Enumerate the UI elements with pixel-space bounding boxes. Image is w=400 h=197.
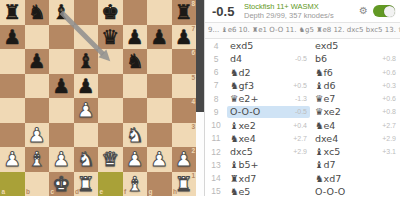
white-move-cell[interactable]: exd5	[227, 40, 310, 52]
piece-white-p-b3[interactable]: ♟	[25, 123, 50, 148]
chess-board[interactable]: ♜♞♝♚♜♟♛♟♟♟♟♝♞♟♟♟♟♞♟♝♟♞♛♟♟♟♚♜♝♜12345678ab…	[0, 0, 196, 196]
white-move: ♞e5	[230, 186, 250, 196]
engine-name: Stockfish 11+ WASMX	[244, 2, 357, 11]
square-g4[interactable]	[147, 98, 172, 123]
move-number: 8	[205, 94, 227, 104]
square-b8[interactable]: ♞	[25, 0, 50, 25]
square-e5[interactable]	[98, 74, 123, 99]
black-move: exd5	[315, 40, 338, 51]
square-c3[interactable]	[49, 123, 74, 148]
square-d4[interactable]: ♟	[74, 98, 99, 123]
eval-gauge-white	[196, 112, 204, 196]
black-move: b6	[315, 53, 327, 64]
move-number: 10	[205, 120, 227, 130]
analysis-panel: -0.5 Stockfish 11+ WASMX Depth 29/99, 35…	[205, 0, 400, 196]
piece-white-b-f1[interactable]: ♝	[123, 172, 148, 197]
square-a2[interactable]: ♟	[0, 147, 25, 172]
piece-black-p-a7[interactable]: ♟	[0, 25, 25, 50]
square-c5[interactable]: ♟	[49, 74, 74, 99]
square-c6[interactable]	[49, 49, 74, 74]
white-move: ♞gf3	[230, 80, 254, 91]
square-d7[interactable]	[74, 25, 99, 50]
square-g6[interactable]	[147, 49, 172, 74]
black-move-cell[interactable]: ♝xc5+3.1	[312, 146, 400, 158]
square-f2[interactable]: ♟	[123, 147, 148, 172]
black-move-cell[interactable]: ♝d7	[312, 159, 400, 171]
coord-rank-8: 8	[191, 1, 195, 8]
black-move: ♛e7	[315, 93, 335, 104]
white-move: dxc5	[230, 146, 253, 157]
white-move: d4	[230, 53, 242, 64]
white-move-cell[interactable]: ♝xe2+0.4	[227, 119, 310, 131]
black-move-eval: +3.1	[379, 148, 396, 155]
coord-rank-4: 4	[191, 99, 195, 106]
principal-variation[interactable]: 9... ♝e6 10. ♜e1 O-O 11. ♞g5 ♜e8 12. dxc…	[205, 23, 400, 39]
move-row: 15♞e5O-O-O	[205, 185, 400, 196]
coord-file-d: d	[75, 189, 79, 196]
square-a5[interactable]	[0, 74, 25, 99]
square-c4[interactable]	[49, 98, 74, 123]
black-move: ♞e4	[315, 120, 335, 131]
piece-black-p-b6[interactable]: ♟	[25, 49, 50, 74]
coord-file-c: c	[51, 189, 55, 196]
white-move: exd5	[230, 40, 253, 51]
engine-header: -0.5 Stockfish 11+ WASMX Depth 29/99, 35…	[205, 0, 400, 23]
engine-toggle[interactable]	[373, 5, 395, 17]
move-row: 6♞d2♞f6+0.6	[205, 66, 400, 79]
white-move-eval: -0.5	[292, 55, 307, 62]
piece-black-r-a8[interactable]: ♜	[0, 0, 25, 25]
black-move-eval: +2.9	[379, 135, 396, 142]
black-move-cell[interactable]: ♛xe2+0.8	[312, 106, 400, 118]
white-move-cell[interactable]: ♝b5+	[227, 159, 310, 171]
black-move: ♝d7	[315, 159, 336, 170]
move-list: 4exd5exd55d4-0.5b6+0.86♞d2♞f6+0.67♞gf3+0…	[205, 39, 400, 196]
piece-white-p-c2[interactable]: ♟	[49, 147, 74, 172]
square-a6[interactable]	[0, 49, 25, 74]
square-a4[interactable]	[0, 98, 25, 123]
square-e7[interactable]: ♛	[98, 25, 123, 50]
square-b6[interactable]: ♟	[25, 49, 50, 74]
piece-white-n-d2[interactable]: ♞	[74, 147, 99, 172]
square-d8[interactable]	[74, 0, 99, 25]
square-f3[interactable]: ♞	[123, 123, 148, 148]
square-d2[interactable]: ♞	[74, 147, 99, 172]
white-move: ♝b5+	[230, 159, 259, 170]
move-number: 4	[205, 41, 227, 51]
engine-eval: -0.5	[212, 4, 244, 19]
black-move-cell[interactable]: O-O-O	[312, 185, 400, 196]
move-number: 9	[205, 107, 227, 117]
coord-file-b: b	[26, 189, 30, 196]
white-move-cell[interactable]: ♞gf3+0.5	[227, 79, 310, 91]
square-f6[interactable]: ♞	[123, 49, 148, 74]
black-move-cell[interactable]: ♞xd7	[312, 172, 400, 184]
white-move-cell[interactable]: d4-0.5	[227, 53, 310, 65]
square-e8[interactable]: ♚	[98, 0, 123, 25]
square-b2[interactable]: ♝	[25, 147, 50, 172]
white-move: O-O-O	[230, 106, 260, 117]
black-move-cell[interactable]: dxe4+2.9	[312, 132, 400, 144]
eval-gauge	[196, 0, 205, 196]
white-move: ♞xe4	[230, 133, 256, 144]
engine-info: Stockfish 11+ WASMX Depth 29/99, 357 kno…	[244, 2, 357, 20]
black-move-eval: +2.7	[379, 122, 396, 129]
white-move-eval: +0.5	[290, 82, 307, 89]
square-f1[interactable]: ♝	[123, 172, 148, 197]
move-number: 7	[205, 80, 227, 90]
piece-black-n-b8[interactable]: ♞	[25, 0, 50, 25]
white-move-cell[interactable]: ♜xd7	[227, 172, 310, 184]
black-move: ♝xc5	[315, 146, 340, 157]
move-row: 5d4-0.5b6+0.8	[205, 52, 400, 65]
white-move-cell[interactable]: dxc5+2.9	[227, 146, 310, 158]
black-move-cell[interactable]: ♞e4+2.7	[312, 119, 400, 131]
square-a3[interactable]	[0, 123, 25, 148]
square-b7[interactable]	[25, 25, 50, 50]
black-move-cell[interactable]: ♝d6+0.3	[312, 79, 400, 91]
move-row: 13♝b5+♝d7	[205, 158, 400, 171]
piece-black-b-d6[interactable]: ♝	[74, 49, 99, 74]
coord-rank-2: 2	[191, 148, 195, 155]
move-number: 11	[205, 133, 227, 143]
square-f8[interactable]	[123, 0, 148, 25]
square-g2[interactable]: ♟	[147, 147, 172, 172]
black-move-eval: +0.8	[379, 108, 396, 115]
white-move-eval: +2.9	[290, 148, 307, 155]
coord-file-h: h	[173, 189, 177, 196]
black-move: O-O-O	[315, 186, 345, 196]
black-move: ♛xe2	[315, 106, 341, 117]
white-move-eval: +0.4	[290, 122, 307, 129]
square-g5[interactable]	[147, 74, 172, 99]
piece-black-p-f7[interactable]: ♟	[123, 25, 148, 50]
white-move-eval: +2.7	[290, 135, 307, 142]
piece-black-q-e7[interactable]: ♛	[98, 25, 123, 50]
coord-file-e: e	[100, 189, 104, 196]
coord-file-g: g	[149, 189, 153, 196]
square-g8[interactable]	[147, 0, 172, 25]
piece-black-b-c8[interactable]: ♝	[49, 0, 74, 25]
coord-file-f: f	[124, 189, 126, 196]
black-move-cell[interactable]: exd5	[312, 40, 400, 52]
square-c8[interactable]: ♝	[49, 0, 74, 25]
move-row: 4exd5exd5	[205, 39, 400, 52]
move-row: 9O-O-O-0.5♛xe2+0.8	[205, 105, 400, 118]
coord-rank-1: 1	[191, 173, 195, 180]
piece-black-k-e8[interactable]: ♚	[98, 0, 123, 25]
coord-rank-5: 5	[191, 75, 195, 82]
engine-depth: Depth 29/99, 357 knodes/s	[244, 11, 357, 20]
square-d5[interactable]: ♟	[74, 74, 99, 99]
black-move: dxe4	[315, 133, 338, 144]
piece-black-p-c5[interactable]: ♟	[49, 74, 74, 99]
black-move: ♞f6	[315, 67, 333, 78]
black-move-eval: +0.6	[379, 95, 396, 102]
black-move-eval: +0.6	[379, 69, 396, 76]
move-row: 11♞xe4+2.7dxe4+2.9	[205, 132, 400, 145]
white-move-cell[interactable]: ♛e2+-1.3	[227, 93, 310, 105]
square-f7[interactable]: ♟	[123, 25, 148, 50]
piece-white-p-g2[interactable]: ♟	[147, 147, 172, 172]
eval-gauge-black	[196, 0, 204, 112]
square-c7[interactable]	[49, 25, 74, 50]
move-row: 8♛e2+-1.3♛e7+0.6	[205, 92, 400, 105]
black-move: ♝d6	[315, 80, 336, 91]
square-a7[interactable]: ♟	[0, 25, 25, 50]
move-number: 13	[205, 160, 227, 170]
move-row: 12dxc5+2.9♝xc5+3.1	[205, 145, 400, 158]
white-move-cell[interactable]: ♞d2	[227, 66, 310, 78]
piece-black-p-d5[interactable]: ♟	[74, 74, 99, 99]
black-move: ♞xd7	[315, 173, 341, 184]
move-number: 14	[205, 173, 227, 183]
white-move-eval: -0.5	[292, 108, 307, 115]
white-move-eval: -1.3	[292, 95, 307, 102]
move-number: 6	[205, 67, 227, 77]
square-a8[interactable]: ♜	[0, 0, 25, 25]
black-move-cell[interactable]: ♛e7+0.6	[312, 93, 400, 105]
square-g3[interactable]	[147, 123, 172, 148]
black-move-cell[interactable]: b6+0.8	[312, 53, 400, 65]
move-number: 12	[205, 147, 227, 157]
coord-rank-6: 6	[191, 50, 195, 57]
square-f5[interactable]	[123, 74, 148, 99]
piece-black-n-f6[interactable]: ♞	[123, 49, 148, 74]
engine-toggle-knob	[384, 6, 395, 17]
move-row: 14♜xd7♞xd7	[205, 172, 400, 185]
gear-icon[interactable]: ⚙	[359, 6, 368, 16]
white-move: ♝xe2	[230, 120, 256, 131]
square-d6[interactable]: ♝	[74, 49, 99, 74]
piece-white-b-b2[interactable]: ♝	[25, 147, 50, 172]
move-number: 15	[205, 186, 227, 196]
black-move-eval: +0.8	[379, 55, 396, 62]
coord-file-a: a	[2, 189, 6, 196]
square-f4[interactable]	[123, 98, 148, 123]
white-move-cell[interactable]: ♞xe4+2.7	[227, 132, 310, 144]
move-row: 7♞gf3+0.5♝d6+0.3	[205, 79, 400, 92]
square-g7[interactable]: ♟	[147, 25, 172, 50]
piece-black-p-g7[interactable]: ♟	[147, 25, 172, 50]
square-b4[interactable]	[25, 98, 50, 123]
square-e4[interactable]	[98, 98, 123, 123]
white-move: ♛e2+	[230, 93, 258, 104]
coord-rank-7: 7	[191, 26, 195, 33]
move-row: 10♝xe2+0.4♞e4+2.7	[205, 119, 400, 132]
square-b5[interactable]	[25, 74, 50, 99]
square-c2[interactable]: ♟	[49, 147, 74, 172]
black-move-cell[interactable]: ♞f6+0.6	[312, 66, 400, 78]
square-e3[interactable]	[98, 123, 123, 148]
piece-white-p-d4[interactable]: ♟	[74, 98, 99, 123]
white-move: ♜xd7	[230, 173, 256, 184]
piece-white-q-e2[interactable]: ♛	[98, 147, 123, 172]
square-d3[interactable]	[74, 123, 99, 148]
square-e2[interactable]: ♛	[98, 147, 123, 172]
piece-white-p-f2[interactable]: ♟	[123, 147, 148, 172]
white-move-cell[interactable]: ♞e5	[227, 185, 310, 196]
white-move: ♞d2	[230, 67, 251, 78]
white-move-cell[interactable]: O-O-O-0.5	[227, 106, 310, 118]
piece-white-p-a2[interactable]: ♟	[0, 147, 25, 172]
move-number: 5	[205, 54, 227, 64]
black-move-eval: +0.3	[379, 82, 396, 89]
piece-white-n-f3[interactable]: ♞	[123, 123, 148, 148]
square-b3[interactable]: ♟	[25, 123, 50, 148]
square-e6[interactable]	[98, 49, 123, 74]
coord-rank-3: 3	[191, 124, 195, 131]
